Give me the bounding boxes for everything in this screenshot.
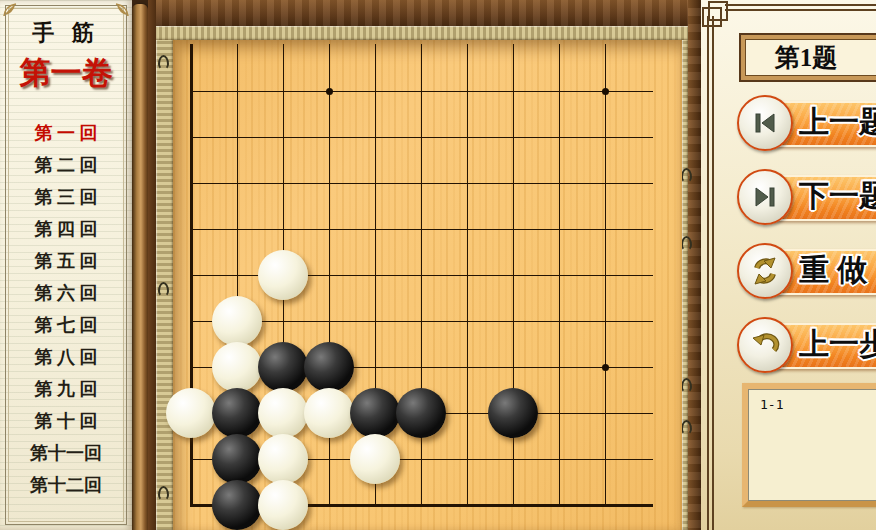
button-circle — [737, 95, 793, 151]
problem-number-box: 第1题 — [739, 33, 876, 82]
next-problem-button[interactable]: 下一题 — [737, 168, 876, 224]
stone-white — [166, 388, 216, 438]
stone-black — [212, 480, 262, 530]
next-problem-label: 下一题 — [799, 176, 876, 217]
button-circle — [737, 317, 793, 373]
panel-border-line — [712, 16, 714, 530]
stone-black — [350, 388, 400, 438]
stone-black — [212, 388, 262, 438]
chapter-item-11[interactable]: 第十一回 — [0, 440, 132, 466]
undo-step-button[interactable]: 上一步 — [737, 316, 876, 372]
chapter-item-9[interactable]: 第 九 回 — [0, 376, 132, 402]
chapter-item-10[interactable]: 第 十 回 — [0, 408, 132, 434]
button-circle — [737, 169, 793, 225]
stone-white — [258, 480, 308, 530]
chapter-item-4[interactable]: 第 四 回 — [0, 216, 132, 242]
panel-border-line — [725, 4, 876, 6]
problem-number-label: 第1题 — [741, 35, 871, 80]
stone-white — [212, 342, 262, 392]
stone-white — [258, 434, 308, 484]
redo-label: 重 做 — [799, 250, 867, 291]
panel-border-line — [707, 16, 709, 530]
stone-white — [258, 250, 308, 300]
border-knot-icon — [699, 0, 733, 32]
stone-black — [304, 342, 354, 392]
chapter-item-3[interactable]: 第 三 回 — [0, 184, 132, 210]
stone-white — [258, 388, 308, 438]
undo-step-label: 上一步 — [799, 324, 876, 365]
progress-log-box[interactable]: 1-1 — [742, 383, 876, 507]
frame-right — [688, 0, 701, 530]
binding-hook-icon — [681, 168, 692, 183]
volume-title: 第一卷 — [0, 52, 132, 94]
stone-black — [396, 388, 446, 438]
scroll-binding-right — [682, 26, 688, 530]
series-title: 手 筋 — [0, 18, 132, 48]
chapter-item-12[interactable]: 第十二回 — [0, 472, 132, 498]
chapter-item-6[interactable]: 第 六 回 — [0, 280, 132, 306]
stone-white — [350, 434, 400, 484]
stone-black — [212, 434, 262, 484]
binding-hook-icon — [681, 420, 692, 435]
tesuji-app-window: { "game": "go", "position": { "board_siz… — [0, 0, 876, 530]
frame-left — [148, 0, 156, 530]
volume-sidebar: 手 筋 第一卷 第 一 回 第 二 回 第 三 回 第 四 回 第 五 回 第 … — [0, 0, 132, 530]
go-board[interactable] — [173, 40, 682, 530]
scroll-roller-bar — [132, 4, 148, 530]
redo-icon — [750, 256, 780, 286]
star-point — [602, 88, 609, 95]
panel-border-line — [725, 9, 876, 11]
chapter-item-7[interactable]: 第 七 回 — [0, 312, 132, 338]
frame-top — [148, 0, 701, 26]
stone-white — [304, 388, 354, 438]
board-frame — [148, 0, 701, 530]
grid-line-horizontal — [190, 91, 653, 92]
grid-line-horizontal — [190, 183, 653, 184]
skip-forward-icon — [751, 183, 779, 211]
button-circle — [737, 243, 793, 299]
stone-white — [212, 296, 262, 346]
binding-hook-icon — [681, 378, 692, 393]
move-log: 1-1 — [760, 397, 783, 412]
grid-line-horizontal — [190, 229, 653, 230]
prev-problem-button[interactable]: 上一题 — [737, 94, 876, 150]
skip-back-icon — [751, 109, 779, 137]
scroll-binding-left — [156, 26, 173, 530]
prev-problem-label: 上一题 — [799, 102, 876, 143]
redo-button[interactable]: 重 做 — [737, 242, 876, 298]
binding-hook-icon — [681, 236, 692, 251]
control-panel: 第1题 上一题 下一题 — [701, 0, 876, 530]
stone-black — [258, 342, 308, 392]
chapter-item-2[interactable]: 第 二 回 — [0, 152, 132, 178]
chapter-item-5[interactable]: 第 五 回 — [0, 248, 132, 274]
star-point — [326, 88, 333, 95]
grid-line-horizontal — [190, 137, 653, 138]
binding-hook-icon — [158, 282, 169, 297]
binding-hook-icon — [158, 486, 169, 501]
star-point — [602, 364, 609, 371]
chapter-item-8[interactable]: 第 八 回 — [0, 344, 132, 370]
chapter-list: 第 一 回 第 二 回 第 三 回 第 四 回 第 五 回 第 六 回 第 七 … — [0, 120, 132, 498]
scroll-binding-top — [156, 26, 688, 40]
chapter-item-1[interactable]: 第 一 回 — [0, 120, 132, 146]
stone-black — [488, 388, 538, 438]
undo-icon — [750, 330, 780, 360]
binding-hook-icon — [158, 55, 169, 70]
